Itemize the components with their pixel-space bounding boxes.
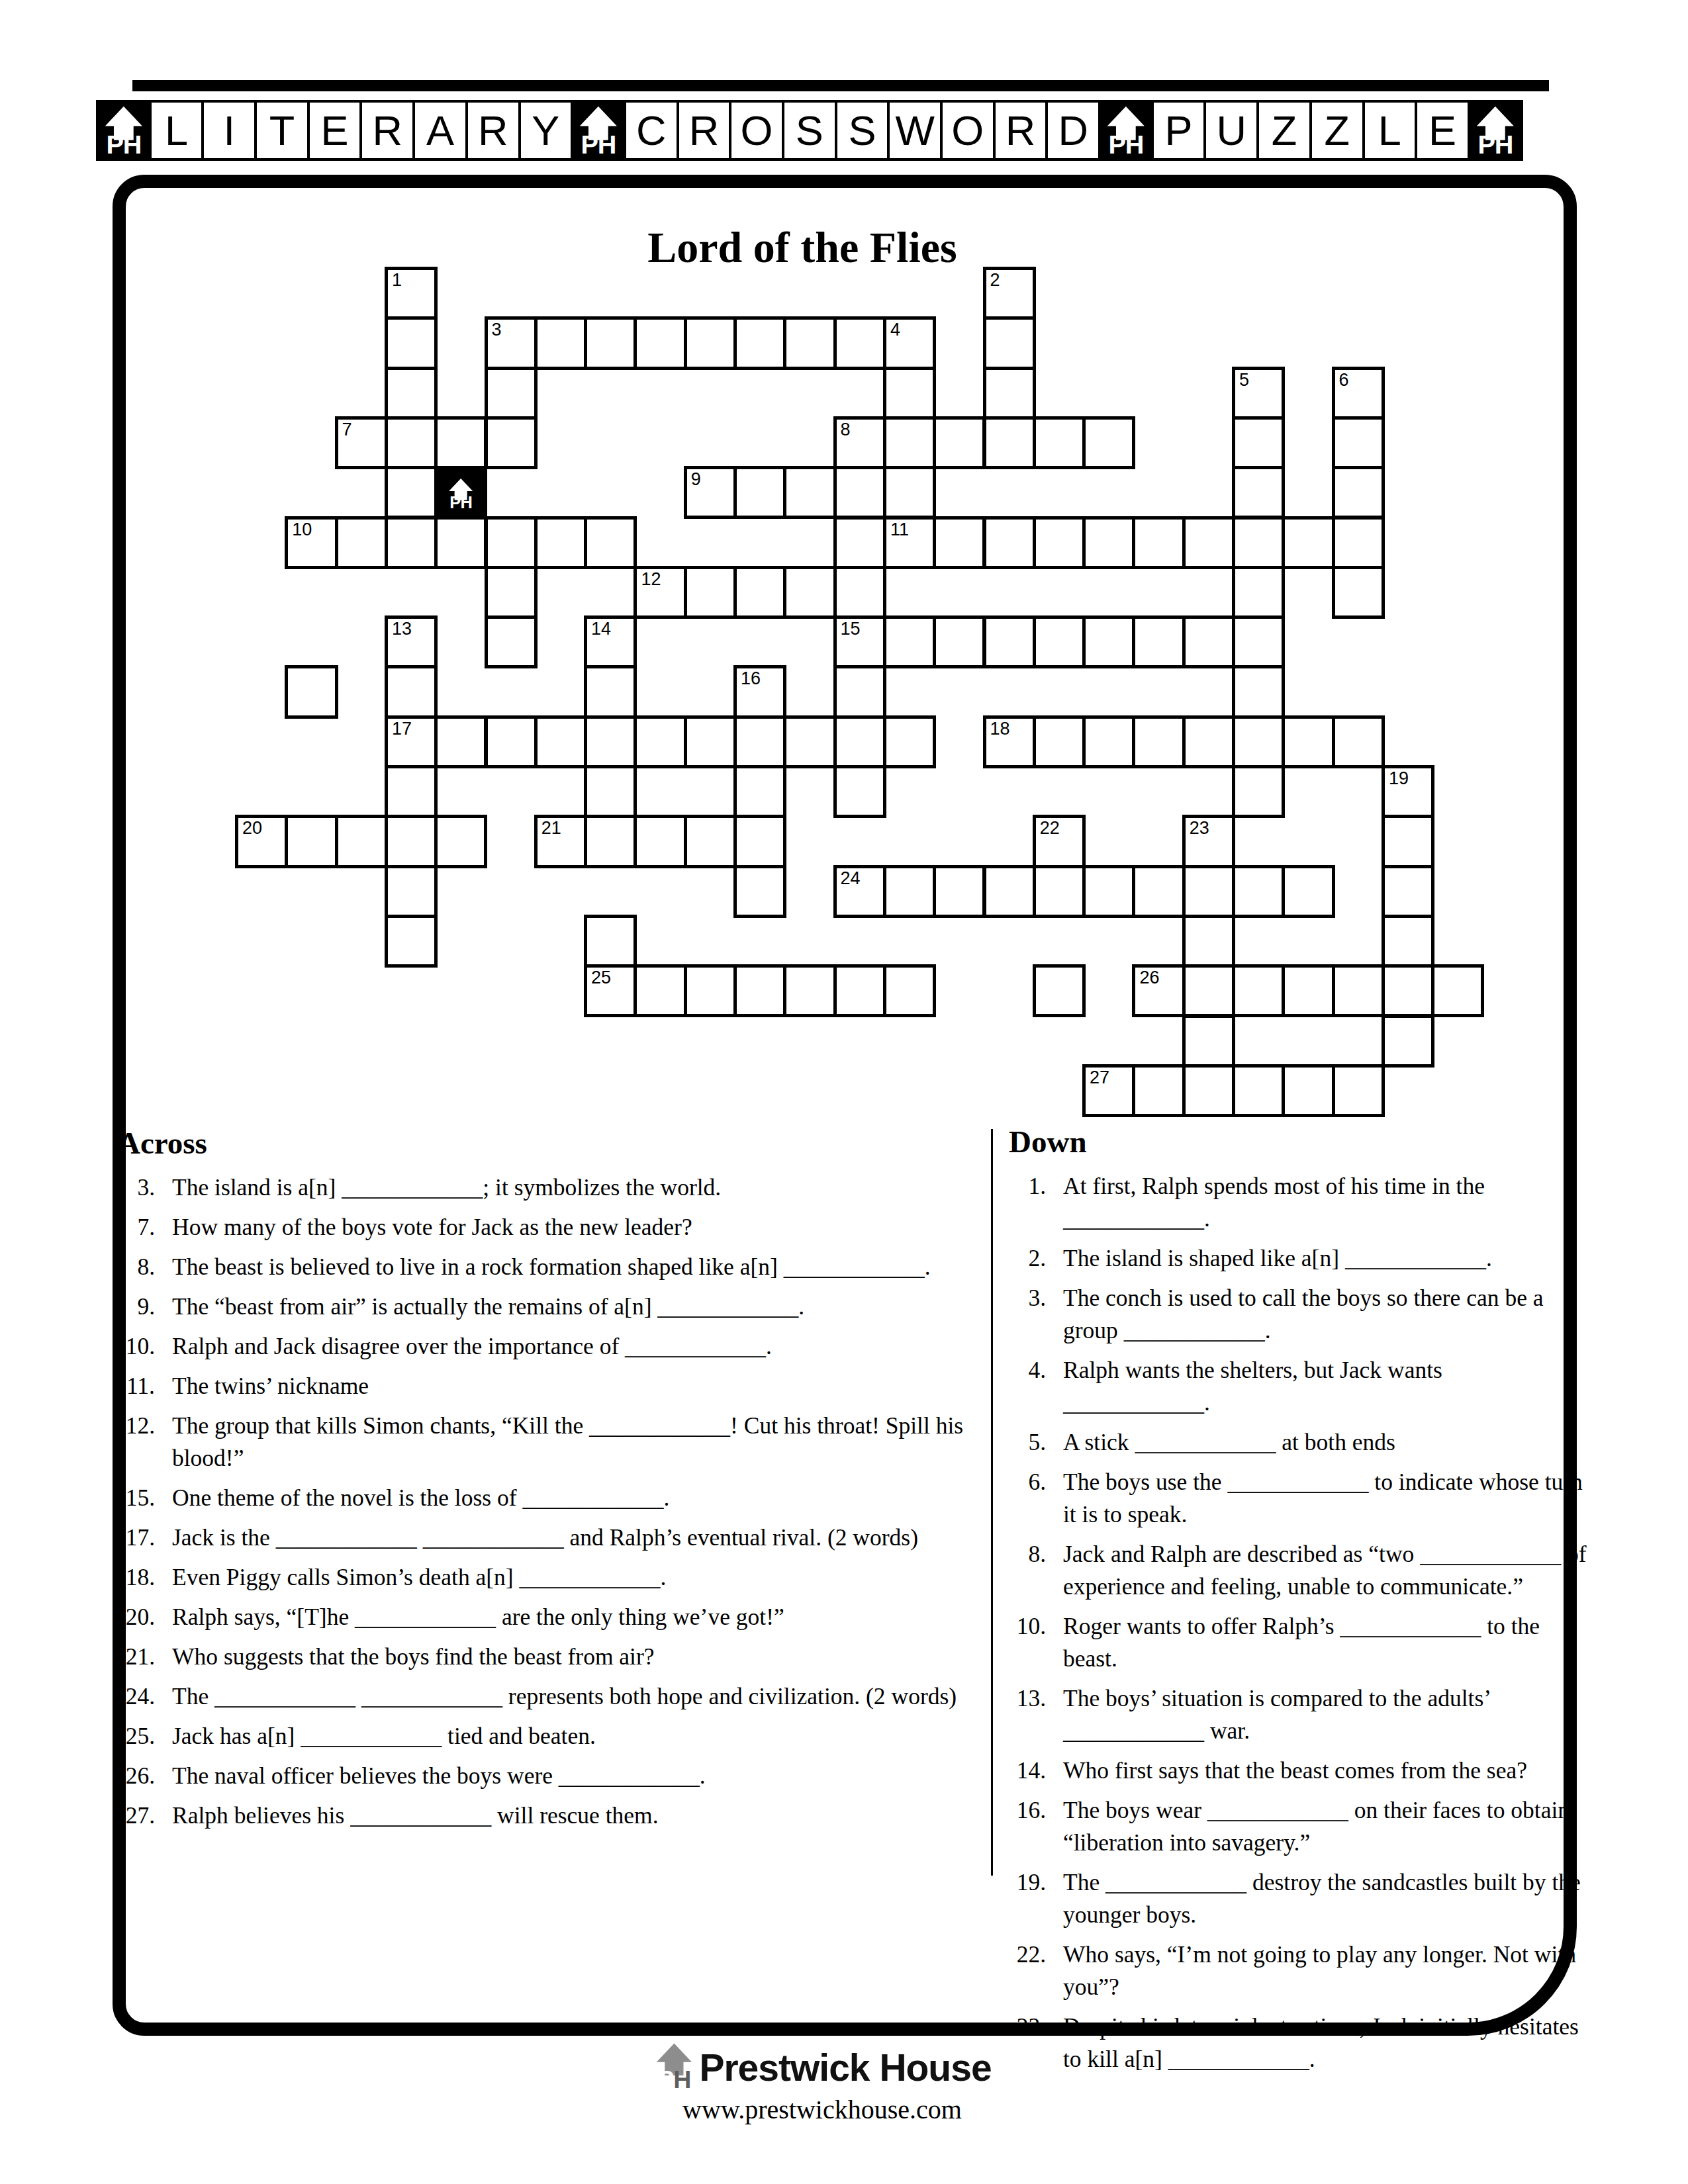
banner-letter-tile: D (1045, 100, 1101, 161)
grid-cell[interactable] (434, 416, 487, 469)
grid-cell[interactable] (1282, 1064, 1335, 1117)
grid-cell[interactable] (1332, 566, 1385, 619)
grid-cell[interactable] (883, 466, 936, 519)
clue-text: Jack has a[n] ____________ tied and beat… (155, 1720, 596, 1752)
svg-text:P: P (1477, 130, 1495, 156)
clue-text: The boys’ situation is compared to the a… (1046, 1682, 1594, 1747)
grid-cell[interactable]: 2 (983, 267, 1036, 320)
cell-number: 10 (292, 521, 312, 539)
grid-cell[interactable] (883, 615, 936, 668)
clue-text: The ____________ ____________ represents… (155, 1680, 957, 1713)
grid-cell[interactable] (1382, 915, 1434, 968)
clue-number: 8. (118, 1251, 155, 1283)
clue-text: Who first says that the beast comes from… (1046, 1754, 1527, 1787)
clue: 27.Ralph believes his ____________ will … (118, 1799, 980, 1832)
grid-cell[interactable] (1232, 765, 1285, 818)
grid-cell[interactable]: 13 (385, 615, 438, 668)
clue: 5.A stick ____________ at both ends (1009, 1426, 1594, 1459)
grid-cell[interactable] (783, 316, 836, 369)
across-clues-column: Across 3.The island is a[n] ____________… (118, 1125, 980, 1839)
banner-letter-tile: U (1203, 100, 1259, 161)
clue: 26.The naval officer believes the boys w… (118, 1760, 980, 1792)
clue-number: 24. (118, 1680, 155, 1713)
grid-cell[interactable] (1232, 416, 1285, 469)
grid-cell[interactable] (385, 316, 438, 369)
grid-cell[interactable] (1332, 1064, 1385, 1117)
grid-cell[interactable]: 20 (235, 815, 288, 868)
footer: PH Prestwick House www.prestwickhouse.co… (653, 2042, 991, 2125)
grid-cell[interactable]: 6 (1332, 367, 1385, 420)
grid-cell[interactable] (1082, 615, 1135, 668)
grid-cell[interactable] (1332, 516, 1385, 569)
banner-letter-tile: S (835, 100, 890, 161)
grid-cell[interactable] (883, 367, 936, 420)
grid-cell[interactable] (983, 615, 1036, 668)
grid-cell[interactable]: 17 (385, 715, 438, 768)
grid-cell[interactable] (1033, 964, 1086, 1017)
grid-cell[interactable]: 1 (385, 267, 438, 320)
grid-cell[interactable] (1282, 516, 1335, 569)
top-rule-bar (132, 80, 1549, 91)
clue-text: Who says, “I’m not going to play any lon… (1046, 1938, 1594, 2003)
clue: 8.Jack and Ralph are described as “two _… (1009, 1538, 1594, 1603)
grid-cell[interactable]: 8 (833, 416, 886, 469)
clue-text: Who suggests that the boys find the beas… (155, 1641, 655, 1673)
clue-number: 27. (118, 1799, 155, 1832)
grid-cell[interactable] (733, 865, 786, 918)
grid-cell[interactable] (933, 516, 986, 569)
banner-letter-tile: E (307, 100, 363, 161)
cell-number: 6 (1339, 371, 1349, 389)
grid-cell[interactable] (933, 865, 986, 918)
down-clue-list: 1.At first, Ralph spends most of his tim… (1009, 1170, 1594, 2075)
grid-cell[interactable]: 4 (883, 316, 936, 369)
grid-cell[interactable] (584, 516, 637, 569)
grid-cell[interactable]: 16 (733, 665, 786, 718)
clue-number: 14. (1009, 1754, 1046, 1787)
clue-text: Jack and Ralph are described as “two ___… (1046, 1538, 1594, 1603)
clue: 3.The island is a[n] ____________; it sy… (118, 1171, 980, 1204)
svg-text:H: H (1125, 130, 1145, 156)
grid-cell[interactable] (1082, 516, 1135, 569)
grid-cell[interactable] (1132, 516, 1185, 569)
ph-house-icon: PH (100, 105, 148, 156)
grid-cell[interactable] (1232, 865, 1285, 918)
grid-cell[interactable] (1232, 466, 1285, 519)
cell-number: 19 (1389, 770, 1409, 788)
across-header: Across (118, 1125, 980, 1161)
grid-cell[interactable] (1431, 964, 1484, 1017)
grid-cell[interactable] (584, 316, 637, 369)
cell-number: 13 (392, 620, 412, 638)
clue-number: 18. (118, 1561, 155, 1594)
site-url[interactable]: www.prestwickhouse.com (653, 2094, 991, 2125)
prestwick-house-logo-icon: PH (653, 2042, 699, 2093)
grid-cell[interactable] (534, 316, 587, 369)
clue-number: 1. (1009, 1170, 1046, 1235)
grid-cell[interactable] (335, 815, 388, 868)
clue-number: 15. (118, 1482, 155, 1514)
grid-cell[interactable] (1282, 715, 1335, 768)
grid-cell[interactable] (1182, 615, 1235, 668)
cell-number: 27 (1090, 1069, 1109, 1087)
grid-cell[interactable] (584, 715, 637, 768)
grid-cell[interactable] (434, 815, 487, 868)
grid-cell[interactable]: 14 (584, 615, 637, 668)
grid-cell[interactable] (684, 815, 737, 868)
clue: 12.The group that kills Simon chants, “K… (118, 1410, 980, 1475)
clue: 15.One theme of the novel is the loss of… (118, 1482, 980, 1514)
banner-letter-tile: A (412, 100, 468, 161)
grid-cell[interactable]: 19 (1382, 765, 1434, 818)
grid-cell[interactable] (485, 715, 538, 768)
clue: 13.The boys’ situation is compared to th… (1009, 1682, 1594, 1747)
grid-cell[interactable] (1082, 416, 1135, 469)
grid-cell[interactable] (783, 566, 836, 619)
grid-cell[interactable] (1033, 416, 1086, 469)
clue: 18.Even Piggy calls Simon’s death a[n] _… (118, 1561, 980, 1594)
grid-cell[interactable] (883, 416, 936, 469)
clue-number: 21. (118, 1641, 155, 1673)
clue-text: Despite his later violent actions, Jack … (1046, 2011, 1594, 2075)
svg-text:P: P (1108, 130, 1125, 156)
clue: 9.The “beast from air” is actually the r… (118, 1291, 980, 1323)
clue: 10.Ralph and Jack disagree over the impo… (118, 1330, 980, 1363)
clue: 21.Who suggests that the boys find the b… (118, 1641, 980, 1673)
clue: 2.The island is shaped like a[n] _______… (1009, 1242, 1594, 1275)
clue-text: Ralph wants the shelters, but Jack wants… (1046, 1354, 1594, 1419)
banner-letter-tile: Y (518, 100, 574, 161)
clue-number: 23. (1009, 2011, 1046, 2075)
cell-number: 4 (890, 321, 900, 339)
grid-cell[interactable] (733, 815, 786, 868)
grid-cell[interactable]: 3 (485, 316, 538, 369)
grid-cell[interactable] (983, 865, 1036, 918)
grid-cell[interactable] (833, 516, 886, 569)
grid-cell[interactable] (633, 964, 686, 1017)
grid-cell[interactable] (1182, 964, 1235, 1017)
grid-cell[interactable] (385, 815, 438, 868)
grid-cell[interactable] (1282, 865, 1335, 918)
clue: 19.The ____________ destroy the sandcast… (1009, 1866, 1594, 1931)
cell-number: 18 (990, 720, 1010, 738)
clue: 17.Jack is the ____________ ____________… (118, 1522, 980, 1554)
grid-cell[interactable] (1033, 516, 1086, 569)
clue-number: 10. (118, 1330, 155, 1363)
grid-cell[interactable] (1232, 715, 1285, 768)
svg-text:H: H (1495, 130, 1514, 156)
svg-text:H: H (673, 2066, 691, 2090)
grid-cell[interactable] (783, 466, 836, 519)
grid-cell[interactable] (833, 765, 886, 818)
banner-letter-tile: Z (1309, 100, 1365, 161)
grid-cell[interactable]: 5 (1232, 367, 1285, 420)
grid-cell[interactable] (385, 665, 438, 718)
grid-cell[interactable] (485, 416, 538, 469)
grid-cell[interactable] (983, 316, 1036, 369)
grid-cell[interactable] (633, 715, 686, 768)
grid-cell[interactable] (1232, 566, 1285, 619)
clue: 24.The ____________ ____________ represe… (118, 1680, 980, 1713)
clue-number: 6. (1009, 1466, 1046, 1531)
clue-number: 4. (1009, 1354, 1046, 1419)
grid-cell[interactable] (1332, 416, 1385, 469)
clue-number: 3. (1009, 1282, 1046, 1347)
banner-letter-tile: O (940, 100, 996, 161)
svg-text:P: P (106, 130, 123, 156)
cell-number: 14 (591, 620, 611, 638)
banner-letter-tile: Z (1256, 100, 1312, 161)
clue: 10.Roger wants to offer Ralph’s ________… (1009, 1610, 1594, 1675)
grid-cell[interactable] (584, 665, 637, 718)
grid-cell[interactable] (534, 516, 587, 569)
brand-name: Prestwick House (699, 2046, 991, 2089)
grid-cell[interactable] (1232, 1064, 1285, 1117)
grid-cell[interactable] (1132, 715, 1185, 768)
svg-text:P: P (657, 2066, 674, 2090)
grid-cell[interactable] (434, 715, 487, 768)
cell-number: 9 (691, 471, 701, 488)
grid-cell[interactable]: 10 (285, 516, 338, 569)
grid-cell[interactable] (684, 566, 737, 619)
cell-number: 17 (392, 720, 412, 738)
clue: 8.The beast is believed to live in a roc… (118, 1251, 980, 1283)
clue: 16.The boys wear ____________ on their f… (1009, 1794, 1594, 1859)
grid-cell[interactable] (385, 765, 438, 818)
grid-cell[interactable] (1282, 964, 1335, 1017)
cell-number: 12 (641, 570, 661, 588)
clue-number: 10. (1009, 1610, 1046, 1675)
down-clues-column: Down 1.At first, Ralph spends most of hi… (1009, 1124, 1594, 2083)
grid-cell[interactable]: 26 (1132, 964, 1185, 1017)
clue-text: Roger wants to offer Ralph’s ___________… (1046, 1610, 1594, 1675)
grid-cell[interactable] (485, 615, 538, 668)
grid-cell[interactable] (485, 367, 538, 420)
grid-cell[interactable]: 23 (1182, 815, 1235, 868)
ph-house-icon: PH (575, 105, 622, 156)
grid-cell[interactable] (1332, 964, 1385, 1017)
grid-cell[interactable] (1033, 715, 1086, 768)
clue-number: 2. (1009, 1242, 1046, 1275)
clue: 6.The boys use the ____________ to indic… (1009, 1466, 1594, 1531)
cell-number: 22 (1040, 819, 1060, 837)
cell-number: 20 (242, 819, 262, 837)
banner-letter-tile: W (887, 100, 943, 161)
grid-cell[interactable] (335, 516, 388, 569)
grid-cell[interactable] (1082, 715, 1135, 768)
grid-cell[interactable] (1182, 516, 1235, 569)
svg-text:H: H (123, 130, 142, 156)
grid-cell[interactable] (833, 566, 886, 619)
across-clue-list: 3.The island is a[n] ____________; it sy… (118, 1171, 980, 1832)
clue: 14.Who first says that the beast comes f… (1009, 1754, 1594, 1787)
grid-cell[interactable] (733, 715, 786, 768)
clue: 11.The twins’ nickname (118, 1370, 980, 1402)
svg-text:P: P (581, 130, 598, 156)
grid-cell[interactable] (1132, 1064, 1185, 1117)
grid-cell[interactable] (783, 964, 836, 1017)
grid-cell[interactable] (1182, 1064, 1235, 1117)
grid-cell[interactable] (1382, 1015, 1434, 1068)
svg-text:P: P (449, 494, 461, 512)
cell-number: 24 (841, 870, 861, 887)
cell-number: 3 (492, 321, 502, 339)
grid-cell[interactable] (1382, 964, 1434, 1017)
crossword-grid: 12345678PH910111213141516171819202122232… (235, 267, 1481, 1115)
grid-cell[interactable]: 7 (335, 416, 388, 469)
clue-number: 20. (118, 1601, 155, 1633)
grid-cell[interactable] (1033, 865, 1086, 918)
grid-cell[interactable] (584, 765, 637, 818)
cell-number: 1 (392, 271, 402, 289)
grid-cell[interactable] (633, 316, 686, 369)
grid-cell[interactable]: 15 (833, 615, 886, 668)
cell-number: 2 (990, 271, 1000, 289)
grid-cell[interactable] (684, 964, 737, 1017)
grid-cell[interactable] (485, 516, 538, 569)
grid-cell[interactable] (1332, 466, 1385, 519)
grid-cell[interactable]: 11 (883, 516, 936, 569)
banner-letter-tile: C (624, 100, 679, 161)
grid-cell[interactable] (733, 566, 786, 619)
grid-cell[interactable] (584, 915, 637, 968)
grid-cell[interactable] (1232, 516, 1285, 569)
cell-number: 11 (890, 521, 909, 539)
grid-cell[interactable]: 27 (1082, 1064, 1135, 1117)
clue-text: The group that kills Simon chants, “Kill… (155, 1410, 980, 1475)
grid-cell[interactable] (933, 615, 986, 668)
grid-cell[interactable] (733, 316, 786, 369)
grid-cell[interactable]: 24 (833, 865, 886, 918)
grid-cell[interactable] (983, 516, 1036, 569)
grid-cell[interactable] (983, 367, 1036, 420)
ph-house-icon: PH (1102, 105, 1150, 156)
grid-cell[interactable] (285, 815, 338, 868)
clue-text: The beast is believed to live in a rock … (155, 1251, 931, 1283)
cell-number: 15 (841, 620, 861, 638)
grid-cell[interactable] (833, 466, 886, 519)
grid-cell[interactable] (1182, 915, 1235, 968)
grid-cell[interactable] (385, 915, 438, 968)
ph-house-icon: PH (653, 2042, 695, 2090)
grid-cell[interactable] (1382, 865, 1434, 918)
grid-cell[interactable] (385, 516, 438, 569)
grid-cell[interactable] (783, 715, 836, 768)
grid-cell[interactable] (385, 416, 438, 469)
clue-text: A stick ____________ at both ends (1046, 1426, 1395, 1459)
grid-cell[interactable] (1182, 865, 1235, 918)
svg-text:H: H (598, 130, 617, 156)
grid-cell[interactable] (485, 566, 538, 619)
grid-cell[interactable] (833, 665, 886, 718)
grid-cell[interactable] (285, 665, 338, 718)
clue: 25.Jack has a[n] ____________ tied and b… (118, 1720, 980, 1752)
grid-cell[interactable] (385, 466, 438, 519)
clue-number: 7. (118, 1211, 155, 1244)
grid-cell[interactable] (1033, 615, 1086, 668)
grid-cell[interactable]: 22 (1033, 815, 1086, 868)
clue-text: The conch is used to call the boys so th… (1046, 1282, 1594, 1347)
clue-number: 12. (118, 1410, 155, 1475)
clue: 4.Ralph wants the shelters, but Jack wan… (1009, 1354, 1594, 1419)
banner-letter-tile: L (1362, 100, 1418, 161)
ph-house-icon: PH (1472, 105, 1519, 156)
grid-cell[interactable] (1382, 815, 1434, 868)
clue: 7.How many of the boys vote for Jack as … (118, 1211, 980, 1244)
down-header: Down (1009, 1124, 1594, 1160)
cell-number: 16 (741, 670, 761, 688)
cell-number: 5 (1239, 371, 1249, 389)
grid-cell[interactable] (1232, 615, 1285, 668)
banner-letter-tile: I (201, 100, 257, 161)
banner-letter-tile: L (149, 100, 205, 161)
clue-text: The ____________ destroy the sandcastles… (1046, 1866, 1594, 1931)
clue: 20.Ralph says, “[T]he ____________ are t… (118, 1601, 980, 1633)
clue-number: 9. (118, 1291, 155, 1323)
grid-cell[interactable] (933, 416, 986, 469)
grid-cell[interactable]: 25 (584, 964, 637, 1017)
clue: 22.Who says, “I’m not going to play any … (1009, 1938, 1594, 2003)
grid-cell[interactable] (385, 367, 438, 420)
clue: 23.Despite his later violent actions, Ja… (1009, 2011, 1594, 2075)
clue-number: 26. (118, 1760, 155, 1792)
grid-cell[interactable]: 21 (534, 815, 587, 868)
cell-number: 7 (342, 421, 352, 439)
clue-text: Ralph believes his ____________ will res… (155, 1799, 659, 1832)
grid-cell[interactable] (534, 715, 587, 768)
grid-cell[interactable]: 12 (633, 566, 686, 619)
grid-cell[interactable] (883, 715, 936, 768)
grid-cell[interactable] (434, 516, 487, 569)
grid-cell[interactable] (1082, 865, 1135, 918)
grid-cell[interactable] (733, 466, 786, 519)
grid-cell[interactable] (983, 416, 1036, 469)
grid-cell[interactable] (833, 316, 886, 369)
grid-cell[interactable] (1232, 665, 1285, 718)
grid-cell[interactable]: 18 (983, 715, 1036, 768)
grid-cell[interactable] (883, 964, 936, 1017)
clue-text: The boys use the ____________ to indicat… (1046, 1466, 1594, 1531)
literary-crossword-puzzle-banner: PHLITERARYPHCROSSWORDPHPUZZLEPH (96, 100, 1523, 161)
grid-cell[interactable]: 9 (684, 466, 737, 519)
ph-house-icon: PH (447, 473, 475, 514)
grid-cell[interactable] (684, 316, 737, 369)
banner-letter-tile: O (729, 100, 784, 161)
cell-number: 23 (1190, 819, 1209, 837)
grid-cell[interactable] (584, 815, 637, 868)
grid-cell[interactable] (684, 715, 737, 768)
grid-cell[interactable] (1132, 615, 1185, 668)
grid-cell[interactable] (385, 865, 438, 918)
grid-cell[interactable] (733, 964, 786, 1017)
grid-cell[interactable] (1182, 1015, 1235, 1068)
clue-number: 16. (1009, 1794, 1046, 1859)
grid-cell[interactable] (1332, 715, 1385, 768)
banner-letter-tile: T (254, 100, 310, 161)
clue-text: The boys wear ____________ on their face… (1046, 1794, 1594, 1859)
grid-cell[interactable] (633, 815, 686, 868)
banner-letter-tile: R (993, 100, 1049, 161)
grid-cell[interactable] (833, 715, 886, 768)
grid-cell[interactable] (833, 964, 886, 1017)
grid-cell[interactable] (1132, 865, 1185, 918)
grid-cell[interactable] (733, 765, 786, 818)
grid-cell[interactable] (883, 865, 936, 918)
clue-text: The naval officer believes the boys were… (155, 1760, 706, 1792)
grid-cell[interactable] (1182, 715, 1235, 768)
grid-cell[interactable] (1232, 964, 1285, 1017)
clue-text: One theme of the novel is the loss of __… (155, 1482, 669, 1514)
